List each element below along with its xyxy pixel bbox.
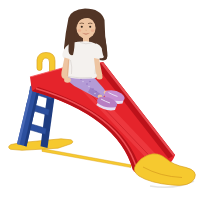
pants-dot [95, 91, 97, 93]
girl-eye-right [81, 26, 83, 28]
pants-dot [86, 83, 88, 85]
girl-eye-left [89, 26, 91, 28]
slide-photo-canvas [0, 0, 200, 200]
girl-blush-right [78, 29, 82, 32]
product-photo [0, 0, 200, 200]
girl-blush-left [91, 29, 95, 32]
girl-hand-left [96, 75, 102, 80]
pants-dot-light [88, 86, 89, 87]
pants-dot-light [82, 81, 83, 82]
pants-dot-light [94, 93, 95, 94]
pants-dot [89, 81, 91, 83]
girl-hand-right [64, 77, 71, 82]
pants-dot [92, 88, 94, 90]
